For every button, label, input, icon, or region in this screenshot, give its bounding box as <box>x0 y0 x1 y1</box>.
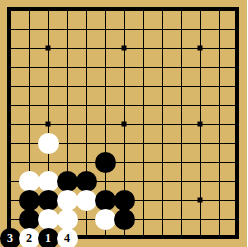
stone-white[interactable] <box>57 209 78 230</box>
stone-white[interactable] <box>38 209 59 230</box>
stone-white[interactable] <box>19 171 40 192</box>
stone-white[interactable] <box>76 190 97 211</box>
stone-white[interactable] <box>57 190 78 211</box>
stones-layer: 3214 <box>1 1 248 247</box>
stone-black[interactable] <box>57 171 78 192</box>
stone-white[interactable] <box>38 171 59 192</box>
stone-number-label: 4 <box>64 228 70 247</box>
go-board[interactable]: 3214 <box>0 0 247 247</box>
stone-black[interactable] <box>95 190 116 211</box>
stone-black[interactable] <box>95 152 116 173</box>
stone-black[interactable] <box>38 190 59 211</box>
stone-number-label: 2 <box>26 228 32 247</box>
stone-number-label: 1 <box>45 228 51 247</box>
stone-black-move-1[interactable]: 1 <box>38 228 59 247</box>
stone-white[interactable] <box>95 209 116 230</box>
stone-number-label: 3 <box>7 228 13 247</box>
stone-black[interactable] <box>114 190 135 211</box>
stone-white-move-4[interactable]: 4 <box>57 228 78 247</box>
stone-black[interactable] <box>114 209 135 230</box>
stone-white[interactable] <box>38 133 59 154</box>
stone-black-move-3[interactable]: 3 <box>0 228 21 247</box>
stone-black[interactable] <box>76 171 97 192</box>
stone-black[interactable] <box>19 190 40 211</box>
stone-white-move-2[interactable]: 2 <box>19 228 40 247</box>
stone-black[interactable] <box>19 209 40 230</box>
